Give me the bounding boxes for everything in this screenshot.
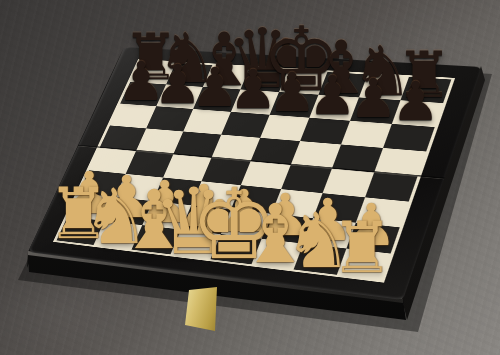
scene: ♜♞♝♛♚♝♞♜♟♟♟♟♟♟♟♟♟♟♟♟♟♟♟♟♜♞♝♛♚♝♞♜ [0,0,500,355]
piece-white-rook-h1[interactable]: ♜ [330,213,393,284]
piece-black-pawn-h7[interactable]: ♟ [392,75,440,129]
piece-black-pawn-g7[interactable]: ♟ [349,72,397,126]
pieces-layer: ♜♞♝♛♚♝♞♜♟♟♟♟♟♟♟♟♟♟♟♟♟♟♟♟♜♞♝♛♚♝♞♜ [0,0,500,355]
